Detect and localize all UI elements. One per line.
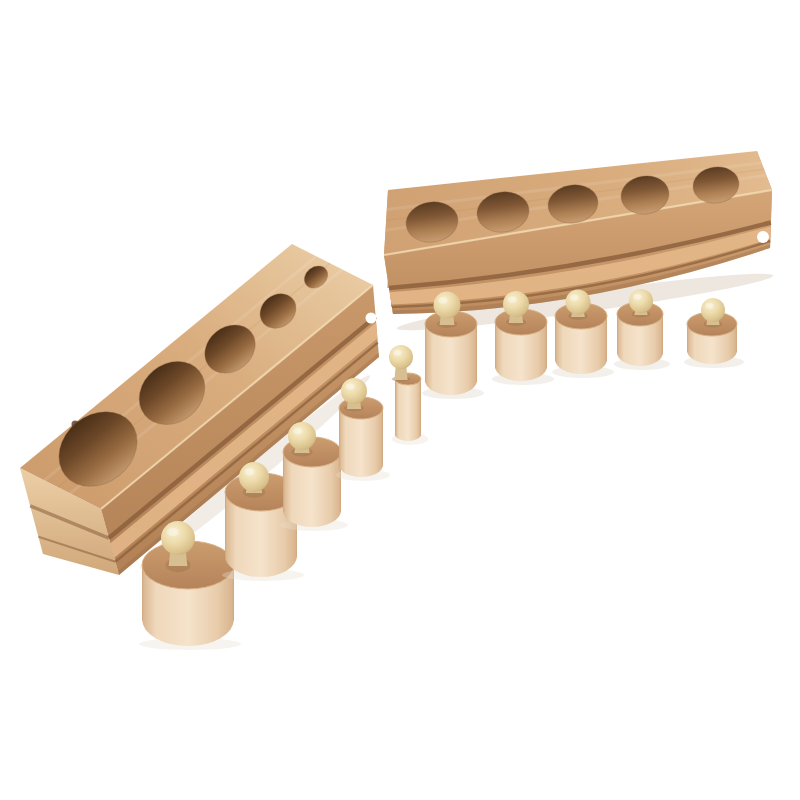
back-cylinder-5-knob: [701, 298, 725, 322]
back-cylinder-1-knob: [434, 292, 461, 319]
right-cylinder-block-end-notch: [757, 231, 769, 243]
front-cylinder-5-body: [395, 379, 421, 434]
front-cylinder-4: [336, 378, 390, 481]
back-cylinder-1-knob-highlight: [438, 297, 447, 304]
front-cylinder-4-knob-highlight: [346, 383, 355, 390]
back-cylinder-5: [684, 298, 744, 368]
back-cylinder-3-knob: [566, 290, 591, 315]
product-photo-canvas: [0, 0, 800, 800]
front-cylinder-2-knob: [239, 462, 269, 492]
front-cylinder-5-knob: [389, 345, 413, 369]
back-cylinder-2-knob-highlight: [508, 296, 517, 303]
back-cylinder-5-knob-highlight: [705, 303, 713, 309]
front-cylinder-2-knob-highlight: [244, 468, 255, 476]
front-cylinder-1-knob: [161, 521, 195, 555]
back-cylinder-4-knob-highlight: [633, 294, 641, 300]
front-cylinder-3-knob-highlight: [293, 428, 303, 435]
back-cylinder-2-knob: [503, 291, 529, 317]
front-cylinder-5-knob-highlight: [393, 350, 401, 356]
front-cylinder-4-knob: [341, 378, 367, 404]
montessori-cylinder-blocks-photo: [0, 0, 800, 800]
back-cylinder-4-knob: [629, 289, 653, 313]
back-cylinder-3-knob-highlight: [570, 295, 579, 301]
front-cylinder-5: [389, 345, 428, 445]
front-cylinder-1-knob-highlight: [167, 528, 179, 537]
front-cylinder-3-knob: [288, 422, 316, 450]
left-cylinder-block-end-notch: [366, 313, 377, 324]
